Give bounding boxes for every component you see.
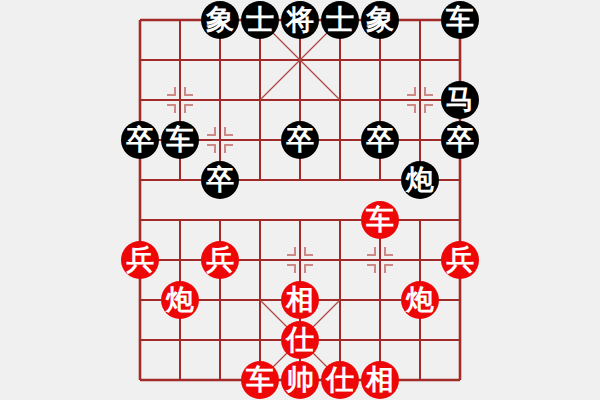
piece-black-elephant[interactable]: 象	[361, 1, 399, 39]
piece-black-horse[interactable]: 马	[441, 81, 479, 119]
piece-black-chariot[interactable]: 车	[161, 121, 199, 159]
piece-red-elephant[interactable]: 相	[361, 361, 399, 399]
piece-black-chariot[interactable]: 车	[441, 1, 479, 39]
piece-red-elephant[interactable]: 相	[281, 281, 319, 319]
piece-black-soldier[interactable]: 卒	[361, 121, 399, 159]
piece-red-soldier[interactable]: 兵	[201, 241, 239, 279]
piece-black-general[interactable]: 将	[281, 1, 319, 39]
piece-black-soldier[interactable]: 卒	[201, 161, 239, 199]
xiangqi-diagram: 象士将士象车马卒车卒卒卒卒炮车兵兵兵炮相炮仕车帅仕相	[0, 0, 600, 400]
piece-black-advisor[interactable]: 士	[241, 1, 279, 39]
piece-black-soldier[interactable]: 卒	[121, 121, 159, 159]
piece-black-cannon[interactable]: 炮	[401, 161, 439, 199]
pieces-layer: 象士将士象车马卒车卒卒卒卒炮车兵兵兵炮相炮仕车帅仕相	[0, 0, 600, 400]
piece-black-elephant[interactable]: 象	[201, 1, 239, 39]
piece-red-chariot[interactable]: 车	[361, 201, 399, 239]
piece-black-advisor[interactable]: 士	[321, 1, 359, 39]
piece-red-advisor[interactable]: 仕	[281, 321, 319, 359]
piece-red-soldier[interactable]: 兵	[441, 241, 479, 279]
piece-red-general[interactable]: 帅	[281, 361, 319, 399]
piece-black-soldier[interactable]: 卒	[281, 121, 319, 159]
piece-red-cannon[interactable]: 炮	[401, 281, 439, 319]
piece-red-cannon[interactable]: 炮	[161, 281, 199, 319]
piece-red-chariot[interactable]: 车	[241, 361, 279, 399]
piece-black-soldier[interactable]: 卒	[441, 121, 479, 159]
piece-red-soldier[interactable]: 兵	[121, 241, 159, 279]
piece-red-advisor[interactable]: 仕	[321, 361, 359, 399]
